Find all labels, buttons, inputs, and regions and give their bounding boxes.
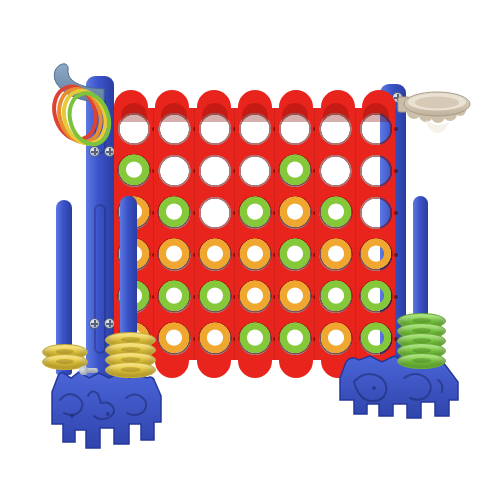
board-cell-r2c1 [114,150,154,192]
screw-pair [89,318,115,329]
board-cell-r2c5 [275,150,315,192]
board-cell-r3c3 [195,192,235,234]
board-cell-r5c6 [315,276,355,318]
board-cell-r6c4 [235,318,275,360]
disc-yellow [157,322,191,356]
board-cell-r1c5 [275,108,315,150]
board-cell-r6c3 [195,318,235,360]
disc-green [359,280,393,314]
disc-yellow [198,238,232,272]
board-cell-r4c6 [315,234,355,276]
board-cell-r4c4 [235,234,275,276]
disc-green [117,154,151,188]
left-front-ring-post [120,196,137,348]
screw-icon [89,318,100,329]
board-grid [114,108,396,360]
board-cell-r1c2 [154,108,194,150]
disc-green [278,322,312,356]
disc-green [319,280,353,314]
board-cell-r3c6 [315,192,355,234]
board-cell-r3c2 [154,192,194,234]
board-cell-r3c7 [356,192,396,234]
connect-four-board [114,90,396,378]
board-cell-r2c2 [154,150,194,192]
board-cell-r6c2 [154,318,194,360]
toss-ring [105,362,156,378]
board-cell-r2c6 [315,150,355,192]
scallop-bump [197,360,231,378]
basketball-rim [396,88,472,138]
disc-yellow [198,322,232,356]
board-cell-r5c7 [356,276,396,318]
board-cell-r4c3 [195,234,235,276]
board-cell-r5c2 [154,276,194,318]
disc-yellow [278,280,312,314]
disc-yellow [238,238,272,272]
scallop-bump [279,360,313,378]
disc-green [238,196,272,230]
board-cell-r5c3 [195,276,235,318]
board-cell-r4c2 [154,234,194,276]
board-cell-r5c5 [275,276,315,318]
ring-stack-left-front [105,332,156,384]
disc-green [278,238,312,272]
disc-green [238,322,272,356]
board-cell-r1c7 [356,108,396,150]
ring-stack-right [397,313,446,375]
board-cell-r1c6 [315,108,355,150]
hanging-rings [50,76,120,154]
disc-yellow [278,196,312,230]
board-cell-r1c4 [235,108,275,150]
board-cell-r4c5 [275,234,315,276]
board-cell-r1c1 [114,108,154,150]
disc-green [198,280,232,314]
disc-yellow [238,280,272,314]
disc-yellow [157,238,191,272]
product-photo-giant-connect-four [0,0,500,500]
scallop-bump [238,360,272,378]
board-cell-r2c7 [356,150,396,192]
disc-green [319,196,353,230]
disc-green [157,280,191,314]
disc-yellow [319,238,353,272]
disc-yellow [359,238,393,272]
board-cell-r2c4 [235,150,275,192]
disc-green [278,154,312,188]
board-cell-r4c7 [356,234,396,276]
board-cell-r3c5 [275,192,315,234]
bolt-icon [82,368,98,373]
disc-green [157,196,191,230]
board-cell-r6c5 [275,318,315,360]
board-cell-r1c3 [195,108,235,150]
board-cell-r5c4 [235,276,275,318]
board-cell-r3c4 [235,192,275,234]
board-cell-r2c3 [195,150,235,192]
toss-ring [397,353,446,369]
